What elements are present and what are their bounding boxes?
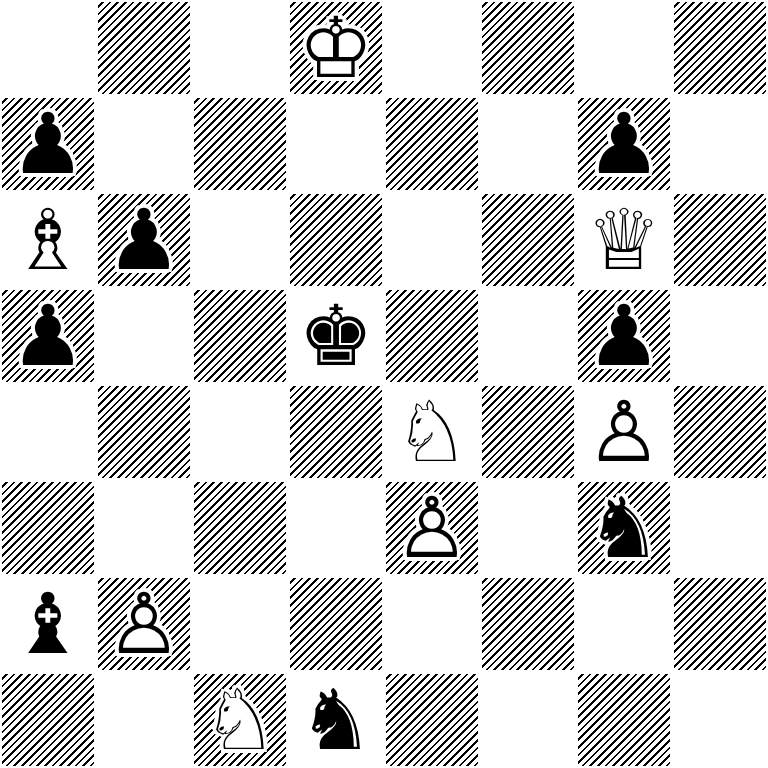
square-c8[interactable] [192, 0, 288, 96]
square-f7[interactable] [480, 96, 576, 192]
square-c3[interactable] [192, 480, 288, 576]
piece-white-king[interactable]: ♚♔ [288, 0, 384, 96]
piece-white-pawn[interactable]: ♟♙ [96, 576, 192, 672]
piece-black-pawn[interactable]: ♟♟ [576, 288, 672, 384]
square-h5[interactable] [672, 288, 768, 384]
white-pawn-glyph: ♙ [576, 384, 672, 480]
square-d4[interactable] [288, 384, 384, 480]
square-b5[interactable] [96, 288, 192, 384]
piece-black-pawn[interactable]: ♟♟ [576, 96, 672, 192]
white-pawn-glyph: ♙ [96, 576, 192, 672]
piece-white-queen[interactable]: ♛♕ [576, 192, 672, 288]
white-king-glyph: ♔ [288, 0, 384, 96]
square-c4[interactable] [192, 384, 288, 480]
square-e1[interactable] [384, 672, 480, 768]
white-pawn-glyph: ♙ [384, 480, 480, 576]
square-g6[interactable]: ♛♕ [576, 192, 672, 288]
square-c1[interactable]: ♞♘ [192, 672, 288, 768]
square-h6[interactable] [672, 192, 768, 288]
square-g7[interactable]: ♟♟ [576, 96, 672, 192]
black-pawn-glyph: ♟ [576, 96, 672, 192]
square-e2[interactable] [384, 576, 480, 672]
square-g4[interactable]: ♟♙ [576, 384, 672, 480]
square-d7[interactable] [288, 96, 384, 192]
square-b6[interactable]: ♟♟ [96, 192, 192, 288]
square-c6[interactable] [192, 192, 288, 288]
black-king-glyph: ♚ [288, 288, 384, 384]
white-knight-glyph: ♘ [192, 672, 288, 768]
square-e8[interactable] [384, 0, 480, 96]
square-b8[interactable] [96, 0, 192, 96]
square-h1[interactable] [672, 672, 768, 768]
square-a1[interactable] [0, 672, 96, 768]
black-knight-glyph: ♞ [576, 480, 672, 576]
square-b2[interactable]: ♟♙ [96, 576, 192, 672]
square-a4[interactable] [0, 384, 96, 480]
black-pawn-glyph: ♟ [576, 288, 672, 384]
square-d6[interactable] [288, 192, 384, 288]
square-a7[interactable]: ♟♟ [0, 96, 96, 192]
square-h4[interactable] [672, 384, 768, 480]
square-h3[interactable] [672, 480, 768, 576]
square-g1[interactable] [576, 672, 672, 768]
piece-black-bishop[interactable]: ♝♝ [0, 576, 96, 672]
piece-white-pawn[interactable]: ♟♙ [576, 384, 672, 480]
square-h8[interactable] [672, 0, 768, 96]
chess-board: ♚♔♟♟♟♟♝♗♟♟♛♕♟♟♚♚♟♟♞♘♟♙♟♙♞♞♝♝♟♙♞♘♞♞ [0, 0, 768, 768]
square-h7[interactable] [672, 96, 768, 192]
piece-black-pawn[interactable]: ♟♟ [0, 96, 96, 192]
square-g5[interactable]: ♟♟ [576, 288, 672, 384]
piece-white-knight[interactable]: ♞♘ [384, 384, 480, 480]
square-a2[interactable]: ♝♝ [0, 576, 96, 672]
square-a3[interactable] [0, 480, 96, 576]
square-e7[interactable] [384, 96, 480, 192]
square-b1[interactable] [96, 672, 192, 768]
black-pawn-glyph: ♟ [96, 192, 192, 288]
piece-white-knight[interactable]: ♞♘ [192, 672, 288, 768]
white-bishop-glyph: ♗ [0, 192, 96, 288]
square-c5[interactable] [192, 288, 288, 384]
piece-black-knight[interactable]: ♞♞ [576, 480, 672, 576]
square-g2[interactable] [576, 576, 672, 672]
square-c7[interactable] [192, 96, 288, 192]
square-d3[interactable] [288, 480, 384, 576]
square-f8[interactable] [480, 0, 576, 96]
piece-black-knight[interactable]: ♞♞ [288, 672, 384, 768]
black-pawn-glyph: ♟ [0, 96, 96, 192]
square-e4[interactable]: ♞♘ [384, 384, 480, 480]
black-bishop-glyph: ♝ [0, 576, 96, 672]
square-a8[interactable] [0, 0, 96, 96]
square-b4[interactable] [96, 384, 192, 480]
piece-black-king[interactable]: ♚♚ [288, 288, 384, 384]
square-d8[interactable]: ♚♔ [288, 0, 384, 96]
square-a6[interactable]: ♝♗ [0, 192, 96, 288]
piece-black-pawn[interactable]: ♟♟ [96, 192, 192, 288]
square-e3[interactable]: ♟♙ [384, 480, 480, 576]
piece-black-pawn[interactable]: ♟♟ [0, 288, 96, 384]
square-a5[interactable]: ♟♟ [0, 288, 96, 384]
square-f4[interactable] [480, 384, 576, 480]
square-b7[interactable] [96, 96, 192, 192]
square-b3[interactable] [96, 480, 192, 576]
black-pawn-glyph: ♟ [0, 288, 96, 384]
white-knight-glyph: ♘ [384, 384, 480, 480]
square-f5[interactable] [480, 288, 576, 384]
square-d2[interactable] [288, 576, 384, 672]
square-e5[interactable] [384, 288, 480, 384]
square-f6[interactable] [480, 192, 576, 288]
square-f2[interactable] [480, 576, 576, 672]
piece-white-pawn[interactable]: ♟♙ [384, 480, 480, 576]
square-c2[interactable] [192, 576, 288, 672]
square-d5[interactable]: ♚♚ [288, 288, 384, 384]
square-g3[interactable]: ♞♞ [576, 480, 672, 576]
white-queen-glyph: ♕ [576, 192, 672, 288]
black-knight-glyph: ♞ [288, 672, 384, 768]
square-e6[interactable] [384, 192, 480, 288]
square-d1[interactable]: ♞♞ [288, 672, 384, 768]
square-h2[interactable] [672, 576, 768, 672]
square-f1[interactable] [480, 672, 576, 768]
square-f3[interactable] [480, 480, 576, 576]
piece-white-bishop[interactable]: ♝♗ [0, 192, 96, 288]
square-g8[interactable] [576, 0, 672, 96]
